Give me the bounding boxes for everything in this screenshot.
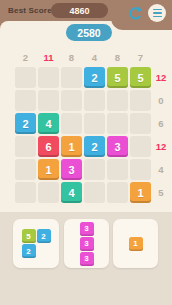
board-tile: 1 [130, 182, 151, 203]
board-cell [107, 113, 128, 134]
menu-button[interactable] [148, 4, 166, 22]
column-target: 4 [84, 52, 105, 63]
board-cell [38, 90, 59, 111]
board-cell [130, 90, 151, 111]
restart-icon [127, 5, 144, 22]
board-tile: 3 [61, 159, 82, 180]
game-screen: Best Score 4860 2580 2118487 12061245 25… [0, 0, 172, 305]
board-cell [130, 136, 151, 157]
tray-card-1[interactable]: 522 [13, 219, 59, 268]
board-cell [84, 113, 105, 134]
board-cell [61, 67, 82, 88]
board-tile: 1 [38, 159, 59, 180]
restart-button[interactable] [126, 4, 144, 22]
piece-tray: 522 333 1 [0, 212, 172, 305]
piece-tile: 3 [80, 222, 94, 236]
row-target: 12 [152, 67, 170, 88]
piece-tile: 2 [22, 244, 36, 258]
board-tile: 1 [61, 136, 82, 157]
best-score-value: 4860 [69, 6, 89, 16]
best-score-label: Best Score [8, 6, 52, 15]
board-cell [61, 113, 82, 134]
column-target: 7 [130, 52, 151, 63]
current-score-badge: 2580 [66, 24, 112, 41]
board-tile: 3 [107, 136, 128, 157]
piece-tile: 3 [80, 237, 94, 251]
board-grid[interactable]: 2552461231341 [15, 67, 151, 203]
board-cell [15, 67, 36, 88]
tray-card-3[interactable]: 1 [113, 219, 158, 268]
column-target: 8 [61, 52, 82, 63]
board-cell [61, 90, 82, 111]
board-tile: 2 [84, 136, 105, 157]
tray-piece[interactable]: 333 [80, 222, 94, 266]
row-target: 5 [152, 182, 170, 203]
row-target: 0 [152, 90, 170, 111]
row-target: 4 [152, 159, 170, 180]
piece-tile: 5 [22, 229, 36, 243]
board-cell [38, 67, 59, 88]
tray-card-2[interactable]: 333 [64, 219, 109, 268]
board-cell [15, 182, 36, 203]
board-cell [38, 182, 59, 203]
menu-icon [153, 9, 162, 11]
row-targets: 12061245 [152, 67, 170, 203]
board-tile: 4 [38, 113, 59, 134]
board-tile: 6 [38, 136, 59, 157]
board-tile: 5 [130, 67, 151, 88]
board-tile: 2 [84, 67, 105, 88]
piece-tile: 1 [129, 237, 143, 251]
board-cell [107, 159, 128, 180]
tray-piece[interactable]: 1 [129, 237, 143, 251]
board-cell [15, 90, 36, 111]
board-cell [84, 90, 105, 111]
board-cell [84, 159, 105, 180]
current-score-value: 2580 [77, 27, 100, 39]
row-target: 12 [152, 136, 170, 157]
row-target: 6 [152, 113, 170, 134]
tray-piece[interactable]: 522 [22, 229, 51, 258]
board-cell [15, 136, 36, 157]
board-cell [130, 113, 151, 134]
board-tile: 2 [15, 113, 36, 134]
board-tile: 5 [107, 67, 128, 88]
board-cell [130, 159, 151, 180]
board-tile: 4 [61, 182, 82, 203]
board-cell [15, 159, 36, 180]
column-target: 2 [15, 52, 36, 63]
board-cell [107, 182, 128, 203]
column-target: 11 [38, 52, 59, 63]
piece-tile: 3 [80, 252, 94, 266]
column-target: 8 [107, 52, 128, 63]
piece-tile: 2 [37, 229, 51, 243]
board-cell [107, 90, 128, 111]
board-cell [84, 182, 105, 203]
best-score-badge: 4860 [51, 3, 108, 18]
column-targets: 2118487 [15, 52, 151, 63]
